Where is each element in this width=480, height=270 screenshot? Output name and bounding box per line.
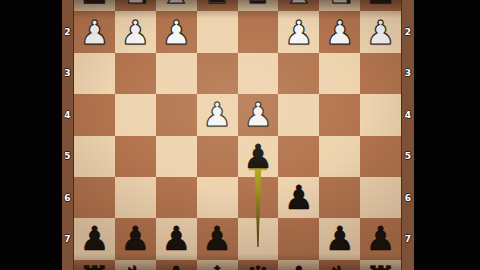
piece-white-bishop-c1[interactable]: ♝ xyxy=(278,0,319,11)
video-frame: 12345678 ♜♞♝♚♛♝♞♜♟♟♟♟♟♟♟♟♟♟♟♟♟♟♟♟♜♞♝♚♛♝♞… xyxy=(0,0,480,270)
piece-white-king-e1[interactable]: ♚ xyxy=(197,0,238,11)
piece-white-pawn-f2[interactable]: ♟ xyxy=(156,11,197,52)
piece-black-pawn-a7[interactable]: ♟ xyxy=(360,218,401,259)
chess-board[interactable]: ♜♞♝♚♛♝♞♜♟♟♟♟♟♟♟♟♟♟♟♟♟♟♟♟♜♞♝♚♛♝♞♜ xyxy=(74,0,401,270)
left-rank-labels-strip: 12345678 xyxy=(62,0,74,270)
rank-label-5: 5 xyxy=(405,152,411,161)
rank-label-5: 5 xyxy=(64,152,70,161)
piece-white-pawn-a2[interactable]: ♟ xyxy=(360,11,401,52)
piece-black-pawn-e7[interactable]: ♟ xyxy=(197,218,238,259)
piece-black-pawn-c6[interactable]: ♟ xyxy=(278,177,319,218)
piece-black-knight-b8[interactable]: ♞ xyxy=(319,260,360,270)
piece-black-rook-h8[interactable]: ♜ xyxy=(74,260,115,270)
piece-white-pawn-d4[interactable]: ♟ xyxy=(238,94,279,135)
piece-white-pawn-c2[interactable]: ♟ xyxy=(278,11,319,52)
piece-white-pawn-g2[interactable]: ♟ xyxy=(115,11,156,52)
rank-label-6: 6 xyxy=(405,193,411,202)
rank-label-6: 6 xyxy=(64,193,70,202)
piece-white-knight-g1[interactable]: ♞ xyxy=(115,0,156,11)
piece-black-pawn-g7[interactable]: ♟ xyxy=(115,218,156,259)
rank-label-4: 4 xyxy=(64,110,70,119)
piece-black-bishop-f8[interactable]: ♝ xyxy=(156,260,197,270)
chess-board-viewport: ♜♞♝♚♛♝♞♜♟♟♟♟♟♟♟♟♟♟♟♟♟♟♟♟♜♞♝♚♛♝♞♜ xyxy=(74,0,401,270)
piece-white-knight-b1[interactable]: ♞ xyxy=(319,0,360,11)
pieces-layer: ♜♞♝♚♛♝♞♜♟♟♟♟♟♟♟♟♟♟♟♟♟♟♟♟♜♞♝♚♛♝♞♜ xyxy=(74,0,401,270)
piece-white-pawn-b2[interactable]: ♟ xyxy=(319,11,360,52)
rank-label-7: 7 xyxy=(64,234,70,243)
piece-black-pawn-b7[interactable]: ♟ xyxy=(319,218,360,259)
piece-white-pawn-h2[interactable]: ♟ xyxy=(74,11,115,52)
rank-label-2: 2 xyxy=(64,28,70,37)
piece-black-pawn-d5[interactable]: ♟ xyxy=(238,136,279,177)
piece-white-rook-h1[interactable]: ♜ xyxy=(74,0,115,11)
rank-label-7: 7 xyxy=(405,234,411,243)
rank-label-3: 3 xyxy=(64,69,70,78)
piece-black-pawn-h7[interactable]: ♟ xyxy=(74,218,115,259)
rank-label-4: 4 xyxy=(405,110,411,119)
piece-black-queen-d8[interactable]: ♛ xyxy=(238,260,279,270)
piece-black-rook-a8[interactable]: ♜ xyxy=(360,260,401,270)
piece-white-bishop-f1[interactable]: ♝ xyxy=(156,0,197,11)
piece-white-pawn-e4[interactable]: ♟ xyxy=(197,94,238,135)
rank-label-3: 3 xyxy=(405,69,411,78)
piece-black-bishop-c8[interactable]: ♝ xyxy=(278,260,319,270)
piece-black-knight-g8[interactable]: ♞ xyxy=(115,260,156,270)
piece-black-pawn-f7[interactable]: ♟ xyxy=(156,218,197,259)
rank-label-2: 2 xyxy=(405,28,411,37)
left-letterbox-bar xyxy=(0,0,62,270)
piece-white-queen-d1[interactable]: ♛ xyxy=(238,0,279,11)
right-rank-labels-strip: 12345678 xyxy=(401,0,414,270)
piece-black-king-e8[interactable]: ♚ xyxy=(197,260,238,270)
piece-white-rook-a1[interactable]: ♜ xyxy=(360,0,401,11)
right-letterbox-bar xyxy=(414,0,480,270)
